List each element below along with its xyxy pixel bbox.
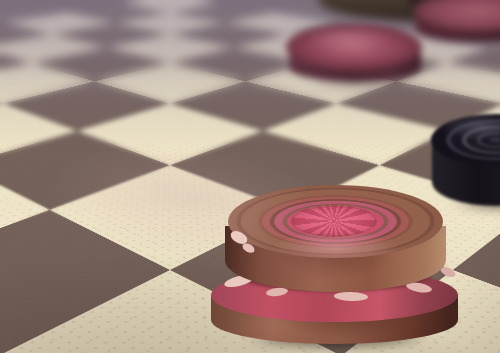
piece-face: [286, 24, 422, 70]
red-checker-top-right[interactable]: ⛂: [414, 0, 500, 50]
top-checker-center-medallion: [291, 205, 377, 237]
red-checker-background[interactable]: ⛂: [286, 24, 424, 92]
red-king-stacked-checkers[interactable]: ⛃: [208, 180, 460, 352]
checkers-photo-stage: ⛂ ⛂ ⛀ ⛃: [0, 0, 500, 353]
